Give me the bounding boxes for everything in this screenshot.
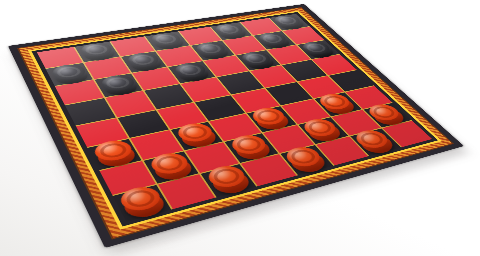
playing-field	[37, 14, 432, 222]
inner-border-pinstripe	[28, 11, 442, 230]
ornate-border	[17, 7, 454, 239]
checker-top-face	[148, 31, 184, 47]
photo-stage	[0, 0, 480, 256]
checker-top-face	[77, 41, 114, 58]
red-checker[interactable]	[207, 169, 254, 197]
red-checker[interactable]	[119, 191, 168, 222]
playing-field-wrap	[37, 14, 432, 222]
